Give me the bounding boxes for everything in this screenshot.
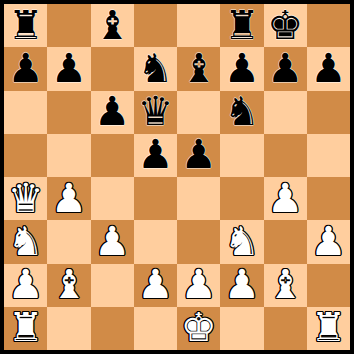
chess-board: ♜♝♜♚♟♟♞♝♟♟♟♟♛♞♟♟♛♟♟♞♟♞♟♟♝♟♟♟♝♜♚♜ [4,4,350,350]
black-rook[interactable]: ♜ [224,5,260,45]
square-g2[interactable]: ♝ [264,264,307,307]
black-king[interactable]: ♚ [267,5,303,45]
black-pawn[interactable]: ♟ [181,134,217,174]
black-pawn[interactable]: ♟ [267,48,303,88]
square-c8[interactable]: ♝ [91,4,134,47]
square-b1[interactable] [47,307,90,350]
square-f1[interactable] [220,307,263,350]
white-pawn[interactable]: ♟ [224,264,260,304]
white-pawn[interactable]: ♟ [181,264,217,304]
square-f3[interactable]: ♞ [220,220,263,263]
white-king[interactable]: ♚ [181,307,217,347]
black-knight[interactable]: ♞ [137,48,173,88]
square-e8[interactable] [177,4,220,47]
white-rook[interactable]: ♜ [8,307,44,347]
square-e1[interactable]: ♚ [177,307,220,350]
square-a2[interactable]: ♟ [4,264,47,307]
square-f4[interactable] [220,177,263,220]
white-pawn[interactable]: ♟ [310,221,346,261]
black-pawn[interactable]: ♟ [310,48,346,88]
white-pawn[interactable]: ♟ [94,221,130,261]
square-c7[interactable] [91,47,134,90]
square-b6[interactable] [47,91,90,134]
square-a6[interactable] [4,91,47,134]
square-e4[interactable] [177,177,220,220]
square-g1[interactable] [264,307,307,350]
square-d1[interactable] [134,307,177,350]
square-h2[interactable] [307,264,350,307]
black-pawn[interactable]: ♟ [94,91,130,131]
square-h8[interactable] [307,4,350,47]
square-g5[interactable] [264,134,307,177]
square-b3[interactable] [47,220,90,263]
square-e3[interactable] [177,220,220,263]
square-d4[interactable] [134,177,177,220]
square-c1[interactable] [91,307,134,350]
square-g3[interactable] [264,220,307,263]
square-g6[interactable] [264,91,307,134]
square-c5[interactable] [91,134,134,177]
black-bishop[interactable]: ♝ [181,48,217,88]
black-rook[interactable]: ♜ [8,5,44,45]
white-pawn[interactable]: ♟ [51,178,87,218]
square-f2[interactable]: ♟ [220,264,263,307]
square-d2[interactable]: ♟ [134,264,177,307]
square-b2[interactable]: ♝ [47,264,90,307]
square-f8[interactable]: ♜ [220,4,263,47]
square-f6[interactable]: ♞ [220,91,263,134]
square-f5[interactable] [220,134,263,177]
square-g4[interactable]: ♟ [264,177,307,220]
square-a5[interactable] [4,134,47,177]
square-e7[interactable]: ♝ [177,47,220,90]
white-bishop[interactable]: ♝ [267,264,303,304]
white-rook[interactable]: ♜ [310,307,346,347]
chess-board-frame: ♜♝♜♚♟♟♞♝♟♟♟♟♛♞♟♟♛♟♟♞♟♞♟♟♝♟♟♟♝♜♚♜ [0,0,354,354]
black-pawn[interactable]: ♟ [137,134,173,174]
black-pawn[interactable]: ♟ [224,48,260,88]
square-e6[interactable] [177,91,220,134]
square-d7[interactable]: ♞ [134,47,177,90]
square-b5[interactable] [47,134,90,177]
square-a4[interactable]: ♛ [4,177,47,220]
square-h1[interactable]: ♜ [307,307,350,350]
black-bishop[interactable]: ♝ [94,5,130,45]
square-f7[interactable]: ♟ [220,47,263,90]
square-a8[interactable]: ♜ [4,4,47,47]
square-a7[interactable]: ♟ [4,47,47,90]
square-b4[interactable]: ♟ [47,177,90,220]
square-d5[interactable]: ♟ [134,134,177,177]
square-b8[interactable] [47,4,90,47]
white-knight[interactable]: ♞ [224,221,260,261]
square-h6[interactable] [307,91,350,134]
white-pawn[interactable]: ♟ [8,264,44,304]
white-bishop[interactable]: ♝ [51,264,87,304]
square-c3[interactable]: ♟ [91,220,134,263]
square-c2[interactable] [91,264,134,307]
square-e5[interactable]: ♟ [177,134,220,177]
black-pawn[interactable]: ♟ [51,48,87,88]
white-pawn[interactable]: ♟ [267,178,303,218]
square-h3[interactable]: ♟ [307,220,350,263]
square-h4[interactable] [307,177,350,220]
square-d8[interactable] [134,4,177,47]
black-knight[interactable]: ♞ [224,91,260,131]
black-queen[interactable]: ♛ [137,91,173,131]
white-knight[interactable]: ♞ [8,221,44,261]
square-g8[interactable]: ♚ [264,4,307,47]
square-c6[interactable]: ♟ [91,91,134,134]
white-queen[interactable]: ♛ [8,178,44,218]
square-a1[interactable]: ♜ [4,307,47,350]
square-d3[interactable] [134,220,177,263]
square-g7[interactable]: ♟ [264,47,307,90]
square-d6[interactable]: ♛ [134,91,177,134]
square-h5[interactable] [307,134,350,177]
black-pawn[interactable]: ♟ [8,48,44,88]
square-a3[interactable]: ♞ [4,220,47,263]
square-h7[interactable]: ♟ [307,47,350,90]
square-b7[interactable]: ♟ [47,47,90,90]
square-c4[interactable] [91,177,134,220]
white-pawn[interactable]: ♟ [137,264,173,304]
square-e2[interactable]: ♟ [177,264,220,307]
